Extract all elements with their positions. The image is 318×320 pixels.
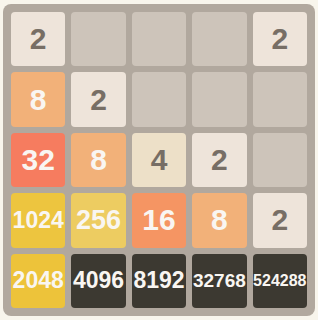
tile-8: 8 xyxy=(71,133,125,187)
tile-16: 16 xyxy=(132,193,186,247)
tile-2: 2 xyxy=(71,72,125,126)
tile-8: 8 xyxy=(192,193,246,247)
tile-4096: 4096 xyxy=(71,254,125,308)
tile-8192: 8192 xyxy=(132,254,186,308)
tile-2048: 2048 xyxy=(11,254,65,308)
tile-2: 2 xyxy=(192,133,246,187)
empty-cell xyxy=(132,12,186,66)
empty-cell xyxy=(192,12,246,66)
empty-cell xyxy=(192,72,246,126)
tile-524288: 524288 xyxy=(253,254,307,308)
tile-2: 2 xyxy=(11,12,65,66)
tile-32768: 32768 xyxy=(192,254,246,308)
tile-8: 8 xyxy=(11,72,65,126)
game-2048-window: 2282328421024256168220484096819232768524… xyxy=(0,0,318,320)
tile-1024: 1024 xyxy=(11,193,65,247)
tile-2: 2 xyxy=(253,193,307,247)
tile-4: 4 xyxy=(132,133,186,187)
board[interactable]: 2282328421024256168220484096819232768524… xyxy=(3,4,315,316)
empty-cell xyxy=(253,72,307,126)
empty-cell xyxy=(132,72,186,126)
tile-2: 2 xyxy=(253,12,307,66)
tile-256: 256 xyxy=(71,193,125,247)
empty-cell xyxy=(253,133,307,187)
tile-32: 32 xyxy=(11,133,65,187)
empty-cell xyxy=(71,12,125,66)
